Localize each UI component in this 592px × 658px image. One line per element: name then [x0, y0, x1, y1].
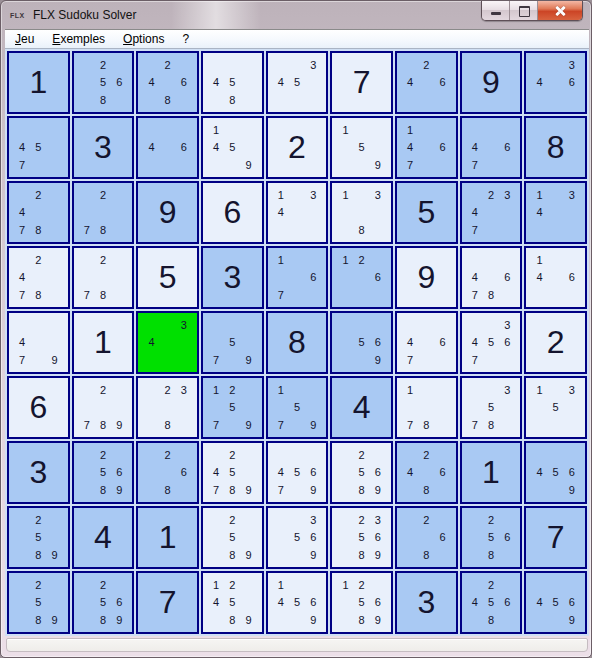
- candidate-digit: 8: [95, 286, 111, 304]
- candidate-digit: 4: [531, 594, 547, 612]
- menu-item-help[interactable]: ?: [174, 30, 197, 48]
- candidate-digit: 2: [224, 511, 240, 529]
- cell-r2c9[interactable]: 8: [524, 116, 587, 179]
- candidate-digit: 5: [224, 529, 240, 547]
- candidate-digit: 1: [531, 251, 547, 269]
- cell-r3c2[interactable]: 278: [72, 181, 135, 244]
- candidate-digit: 7: [467, 156, 483, 174]
- candidate-digit: 9: [370, 481, 386, 499]
- candidate-digit: 7: [208, 351, 224, 369]
- candidate-digit: 9: [305, 416, 321, 434]
- cell-r4c1[interactable]: 2478: [7, 246, 70, 309]
- candidate-digit: 2: [160, 381, 176, 399]
- cell-r3c5[interactable]: 134: [266, 181, 329, 244]
- candidate-digit: 8: [224, 91, 240, 109]
- candidate-digit: 6: [434, 529, 450, 547]
- candidate-digit: 5: [30, 139, 46, 157]
- cell-r5c3[interactable]: 34: [136, 311, 199, 374]
- cell-r8c1[interactable]: 2589: [7, 506, 70, 569]
- candidate-digit: 7: [14, 221, 30, 239]
- candidate-digit: 7: [402, 156, 418, 174]
- cell-value: 1: [9, 53, 68, 112]
- candidate-digit: 4: [273, 204, 289, 222]
- candidate-digit: 6: [434, 74, 450, 92]
- candidate-digit: 1: [402, 121, 418, 139]
- cell-value: 8: [268, 313, 327, 372]
- candidate-digit: 9: [370, 351, 386, 369]
- cell-r7c2[interactable]: 25689: [72, 441, 135, 504]
- candidate-digit: 7: [273, 481, 289, 499]
- candidate-digit: 5: [95, 74, 111, 92]
- candidate-digit: 6: [564, 464, 580, 482]
- candidate-digit: 9: [370, 156, 386, 174]
- candidate-digit: 7: [208, 481, 224, 499]
- cell-r6c3[interactable]: 238: [136, 376, 199, 439]
- candidate-digit: 4: [402, 464, 418, 482]
- candidate-digit: 4: [208, 74, 224, 92]
- cell-r9c2[interactable]: 25689: [72, 571, 135, 634]
- candidate-digit: 6: [499, 529, 515, 547]
- candidate-digit: 9: [240, 611, 256, 629]
- candidate-digit: 2: [30, 186, 46, 204]
- cell-r7c4[interactable]: 245789: [201, 441, 264, 504]
- candidate-digit: 4: [14, 334, 30, 352]
- candidate-digit: 2: [483, 576, 499, 594]
- candidate-digit: 8: [95, 91, 111, 109]
- cell-value: 4: [332, 378, 391, 437]
- status-bar: [6, 638, 588, 652]
- candidate-digit: 2: [30, 251, 46, 269]
- candidate-digit: 5: [289, 74, 305, 92]
- candidate-digit: 6: [370, 529, 386, 547]
- candidate-digit: 9: [240, 481, 256, 499]
- cell-r1c6[interactable]: 7: [330, 51, 393, 114]
- candidate-digit: 1: [273, 251, 289, 269]
- candidate-digit: 9: [46, 546, 62, 564]
- cell-value: 1: [138, 508, 197, 567]
- candidate-digit: 2: [224, 576, 240, 594]
- candidate-digit: 1: [337, 186, 353, 204]
- candidate-digit: 7: [14, 351, 30, 369]
- cell-value: 2: [268, 118, 327, 177]
- candidate-digit: 3: [176, 316, 192, 334]
- candidate-digit: 8: [224, 481, 240, 499]
- candidate-digit: 4: [467, 204, 483, 222]
- candidate-digit: 1: [402, 381, 418, 399]
- cell-r4c3[interactable]: 5: [136, 246, 199, 309]
- cell-r4c7[interactable]: 9: [395, 246, 458, 309]
- cell-r5c7[interactable]: 467: [395, 311, 458, 374]
- candidate-digit: 6: [434, 334, 450, 352]
- cell-value: 3: [74, 118, 133, 177]
- candidate-digit: 7: [402, 351, 418, 369]
- cell-r3c3[interactable]: 9: [136, 181, 199, 244]
- candidate-digit: 8: [354, 546, 370, 564]
- cell-r7c5[interactable]: 45679: [266, 441, 329, 504]
- candidate-digit: 8: [30, 286, 46, 304]
- candidate-digit: 4: [143, 74, 159, 92]
- candidate-digit: 5: [224, 399, 240, 417]
- cell-r8c7[interactable]: 268: [395, 506, 458, 569]
- cell-r8c6[interactable]: 235689: [330, 506, 393, 569]
- cell-value: 4: [74, 508, 133, 567]
- cell-r2c2[interactable]: 3: [72, 116, 135, 179]
- candidate-digit: 9: [111, 481, 127, 499]
- candidate-digit: 9: [46, 611, 62, 629]
- candidate-digit: 2: [418, 511, 434, 529]
- cell-r5c2[interactable]: 1: [72, 311, 135, 374]
- candidate-digit: 4: [208, 139, 224, 157]
- candidate-digit: 5: [224, 334, 240, 352]
- cell-r1c2[interactable]: 2568: [72, 51, 135, 114]
- cell-r8c5[interactable]: 3569: [266, 506, 329, 569]
- candidate-digit: 4: [208, 594, 224, 612]
- cell-r5c1[interactable]: 479: [7, 311, 70, 374]
- cell-r6c8[interactable]: 3578: [460, 376, 523, 439]
- caption-button-group: [481, 1, 583, 21]
- candidate-digit: 4: [531, 269, 547, 287]
- candidate-digit: 1: [208, 121, 224, 139]
- candidate-digit: 9: [240, 546, 256, 564]
- candidate-digit: 7: [467, 416, 483, 434]
- cell-r7c3[interactable]: 268: [136, 441, 199, 504]
- cell-r2c5[interactable]: 2: [266, 116, 329, 179]
- candidate-digit: 6: [305, 464, 321, 482]
- candidate-digit: 9: [46, 351, 62, 369]
- cell-r1c1[interactable]: 1: [7, 51, 70, 114]
- cell-r2c4[interactable]: 1459: [201, 116, 264, 179]
- cell-value: 8: [526, 118, 585, 177]
- candidate-digit: 7: [273, 416, 289, 434]
- cell-r1c7[interactable]: 246: [395, 51, 458, 114]
- candidate-digit: 1: [208, 381, 224, 399]
- candidate-digit: 9: [240, 351, 256, 369]
- cell-r9c1[interactable]: 2589: [7, 571, 70, 634]
- cell-r3c6[interactable]: 138: [330, 181, 393, 244]
- candidate-digit: 2: [483, 186, 499, 204]
- candidate-digit: 7: [79, 221, 95, 239]
- cell-r3c4[interactable]: 6: [201, 181, 264, 244]
- candidate-digit: 6: [434, 139, 450, 157]
- candidate-digit: 2: [95, 186, 111, 204]
- cell-r4c4[interactable]: 3: [201, 246, 264, 309]
- candidate-digit: 8: [483, 611, 499, 629]
- cell-value: 7: [526, 508, 585, 567]
- cell-value: 9: [462, 53, 521, 112]
- candidate-digit: 8: [30, 221, 46, 239]
- candidate-digit: 5: [289, 399, 305, 417]
- candidate-digit: 6: [564, 74, 580, 92]
- candidate-digit: 2: [354, 446, 370, 464]
- cell-value: 5: [397, 183, 456, 242]
- cell-r3c8[interactable]: 2347: [460, 181, 523, 244]
- candidate-digit: 8: [95, 481, 111, 499]
- cell-value: 1: [462, 443, 521, 502]
- candidate-digit: 5: [30, 594, 46, 612]
- candidate-digit: 2: [30, 576, 46, 594]
- candidate-digit: 7: [402, 416, 418, 434]
- cell-r7c8[interactable]: 1: [460, 441, 523, 504]
- cell-r4c5[interactable]: 167: [266, 246, 329, 309]
- candidate-digit: 6: [176, 464, 192, 482]
- cell-r2c6[interactable]: 159: [330, 116, 393, 179]
- sudoku-board: 1256824684583457246934645734614592159146…: [5, 49, 589, 636]
- cell-r1c4[interactable]: 458: [201, 51, 264, 114]
- candidate-digit: 9: [370, 611, 386, 629]
- menu-item-options[interactable]: Options: [115, 30, 172, 48]
- candidate-digit: 6: [111, 594, 127, 612]
- close-button[interactable]: [538, 1, 582, 20]
- cell-r6c4[interactable]: 12579: [201, 376, 264, 439]
- cell-r1c3[interactable]: 2468: [136, 51, 199, 114]
- candidate-digit: 5: [95, 594, 111, 612]
- candidate-digit: 2: [418, 446, 434, 464]
- cell-value: 7: [138, 573, 197, 632]
- candidate-digit: 2: [354, 511, 370, 529]
- candidate-digit: 1: [531, 381, 547, 399]
- cell-value: 6: [203, 183, 262, 242]
- candidate-digit: 8: [418, 546, 434, 564]
- cell-r6c6[interactable]: 4: [330, 376, 393, 439]
- app-window: FLX FLX Sudoku Solver Jeu Exemples Optio…: [0, 0, 592, 658]
- candidate-digit: 7: [467, 221, 483, 239]
- candidate-digit: 5: [289, 464, 305, 482]
- cell-r7c7[interactable]: 2468: [395, 441, 458, 504]
- candidate-digit: 5: [354, 334, 370, 352]
- candidate-digit: 2: [95, 56, 111, 74]
- cell-r4c8[interactable]: 4678: [460, 246, 523, 309]
- candidate-digit: 9: [305, 481, 321, 499]
- cell-value: 3: [203, 248, 262, 307]
- cell-value: 2: [526, 313, 585, 372]
- app-icon: FLX: [10, 10, 30, 22]
- maximize-button[interactable]: [510, 1, 538, 20]
- cell-r3c9[interactable]: 134: [524, 181, 587, 244]
- candidate-digit: 4: [402, 74, 418, 92]
- cell-r8c2[interactable]: 4: [72, 506, 135, 569]
- cell-r5c5[interactable]: 8: [266, 311, 329, 374]
- cell-r2c3[interactable]: 46: [136, 116, 199, 179]
- candidate-digit: 2: [30, 511, 46, 529]
- candidate-digit: 4: [402, 334, 418, 352]
- titlebar-sheen: [171, 1, 261, 29]
- candidate-digit: 3: [564, 56, 580, 74]
- cell-r5c8[interactable]: 34567: [460, 311, 523, 374]
- cell-r9c5[interactable]: 14569: [266, 571, 329, 634]
- candidate-digit: 8: [160, 481, 176, 499]
- cell-r2c1[interactable]: 457: [7, 116, 70, 179]
- candidate-digit: 6: [370, 269, 386, 287]
- cell-r1c9[interactable]: 346: [524, 51, 587, 114]
- cell-r5c6[interactable]: 569: [330, 311, 393, 374]
- candidate-digit: 5: [224, 464, 240, 482]
- candidate-digit: 9: [564, 611, 580, 629]
- cell-r6c7[interactable]: 178: [395, 376, 458, 439]
- cell-r6c2[interactable]: 2789: [72, 376, 135, 439]
- candidate-digit: 9: [111, 611, 127, 629]
- menu-item-exemples[interactable]: Exemples: [44, 30, 113, 48]
- candidate-digit: 1: [337, 121, 353, 139]
- candidate-digit: 7: [467, 286, 483, 304]
- cell-value: 5: [138, 248, 197, 307]
- candidate-digit: 9: [370, 546, 386, 564]
- candidate-digit: 6: [305, 594, 321, 612]
- candidate-digit: 8: [160, 416, 176, 434]
- cell-r9c9[interactable]: 4569: [524, 571, 587, 634]
- candidate-digit: 5: [354, 529, 370, 547]
- candidate-digit: 9: [111, 416, 127, 434]
- cell-r3c7[interactable]: 5: [395, 181, 458, 244]
- candidate-digit: 5: [548, 594, 564, 612]
- candidate-digit: 6: [370, 334, 386, 352]
- candidate-digit: 2: [95, 446, 111, 464]
- candidate-digit: 5: [548, 464, 564, 482]
- candidate-digit: 4: [273, 594, 289, 612]
- candidate-digit: 1: [337, 251, 353, 269]
- candidate-digit: 2: [418, 56, 434, 74]
- candidate-digit: 2: [483, 511, 499, 529]
- menu-bar: Jeu Exemples Options ?: [5, 29, 589, 49]
- cell-r1c5[interactable]: 345: [266, 51, 329, 114]
- close-icon: [554, 5, 566, 17]
- candidate-digit: 9: [564, 481, 580, 499]
- candidate-digit: 4: [467, 594, 483, 612]
- candidate-digit: 2: [95, 381, 111, 399]
- candidate-digit: 1: [208, 576, 224, 594]
- candidate-digit: 5: [224, 74, 240, 92]
- candidate-digit: 1: [531, 186, 547, 204]
- cell-r8c8[interactable]: 2568: [460, 506, 523, 569]
- candidate-digit: 1: [337, 576, 353, 594]
- candidate-digit: 2: [160, 56, 176, 74]
- candidate-digit: 6: [176, 74, 192, 92]
- candidate-digit: 3: [370, 511, 386, 529]
- cell-value: 7: [332, 53, 391, 112]
- title-bar[interactable]: FLX FLX Sudoku Solver: [1, 1, 591, 29]
- candidate-digit: 6: [499, 594, 515, 612]
- candidate-digit: 4: [531, 74, 547, 92]
- candidate-digit: 8: [483, 546, 499, 564]
- cell-r7c9[interactable]: 4569: [524, 441, 587, 504]
- cell-r2c8[interactable]: 467: [460, 116, 523, 179]
- candidate-digit: 4: [143, 334, 159, 352]
- candidate-digit: 9: [240, 156, 256, 174]
- candidate-digit: 4: [467, 139, 483, 157]
- cell-r9c6[interactable]: 125689: [330, 571, 393, 634]
- candidate-digit: 9: [305, 611, 321, 629]
- candidate-digit: 3: [305, 511, 321, 529]
- maximize-icon: [519, 6, 530, 17]
- cell-r6c1[interactable]: 6: [7, 376, 70, 439]
- candidate-digit: 7: [79, 416, 95, 434]
- candidate-digit: 5: [483, 334, 499, 352]
- cell-value: 1: [74, 313, 133, 372]
- candidate-digit: 8: [224, 611, 240, 629]
- candidate-digit: 2: [224, 446, 240, 464]
- cell-r3c1[interactable]: 2478: [7, 181, 70, 244]
- cell-r9c3[interactable]: 7: [136, 571, 199, 634]
- candidate-digit: 6: [499, 269, 515, 287]
- candidate-digit: 5: [354, 464, 370, 482]
- candidate-digit: 4: [273, 74, 289, 92]
- candidate-digit: 6: [111, 74, 127, 92]
- cell-r2c7[interactable]: 1467: [395, 116, 458, 179]
- candidate-digit: 2: [354, 251, 370, 269]
- cell-r8c9[interactable]: 7: [524, 506, 587, 569]
- cell-r6c9[interactable]: 135: [524, 376, 587, 439]
- candidate-digit: 6: [305, 269, 321, 287]
- candidate-digit: 9: [240, 416, 256, 434]
- candidate-digit: 8: [354, 221, 370, 239]
- candidate-digit: 7: [208, 416, 224, 434]
- candidate-digit: 3: [305, 56, 321, 74]
- candidate-digit: 4: [14, 139, 30, 157]
- cell-r9c8[interactable]: 24568: [460, 571, 523, 634]
- candidate-digit: 1: [273, 576, 289, 594]
- candidate-digit: 8: [354, 481, 370, 499]
- candidate-digit: 2: [160, 446, 176, 464]
- cell-r8c3[interactable]: 1: [136, 506, 199, 569]
- candidate-digit: 5: [224, 594, 240, 612]
- menu-item-jeu[interactable]: Jeu: [7, 30, 42, 48]
- minimize-icon: [491, 12, 501, 15]
- candidate-digit: 7: [273, 286, 289, 304]
- candidate-digit: 3: [564, 381, 580, 399]
- candidate-digit: 8: [160, 91, 176, 109]
- candidate-digit: 9: [305, 546, 321, 564]
- candidate-digit: 2: [95, 251, 111, 269]
- candidate-digit: 8: [418, 416, 434, 434]
- candidate-digit: 5: [224, 139, 240, 157]
- candidate-digit: 1: [273, 186, 289, 204]
- cell-r7c6[interactable]: 25689: [330, 441, 393, 504]
- candidate-digit: 3: [564, 186, 580, 204]
- candidate-digit: 6: [564, 269, 580, 287]
- candidate-digit: 7: [14, 286, 30, 304]
- candidate-digit: 4: [467, 269, 483, 287]
- candidate-digit: 8: [224, 546, 240, 564]
- candidate-digit: 5: [354, 139, 370, 157]
- candidate-digit: 4: [208, 464, 224, 482]
- cell-r4c6[interactable]: 126: [330, 246, 393, 309]
- candidate-digit: 2: [224, 381, 240, 399]
- candidate-digit: 8: [95, 221, 111, 239]
- candidate-digit: 6: [370, 464, 386, 482]
- candidate-digit: 4: [467, 334, 483, 352]
- candidate-digit: 5: [483, 529, 499, 547]
- cell-value: 3: [9, 443, 68, 502]
- cell-r5c4[interactable]: 579: [201, 311, 264, 374]
- candidate-digit: 7: [14, 156, 30, 174]
- cell-r9c4[interactable]: 124589: [201, 571, 264, 634]
- cell-r5c9[interactable]: 2: [524, 311, 587, 374]
- minimize-button[interactable]: [482, 1, 510, 20]
- cell-r6c5[interactable]: 1579: [266, 376, 329, 439]
- candidate-digit: 8: [95, 611, 111, 629]
- cell-r4c2[interactable]: 278: [72, 246, 135, 309]
- candidate-digit: 2: [354, 576, 370, 594]
- cell-r7c1[interactable]: 3: [7, 441, 70, 504]
- candidate-digit: 4: [273, 464, 289, 482]
- candidate-digit: 5: [95, 464, 111, 482]
- cell-r4c9[interactable]: 146: [524, 246, 587, 309]
- candidate-digit: 3: [370, 186, 386, 204]
- candidate-digit: 5: [483, 594, 499, 612]
- candidate-digit: 4: [402, 139, 418, 157]
- cell-r1c8[interactable]: 9: [460, 51, 523, 114]
- cell-r8c4[interactable]: 2589: [201, 506, 264, 569]
- cell-r9c7[interactable]: 3: [395, 571, 458, 634]
